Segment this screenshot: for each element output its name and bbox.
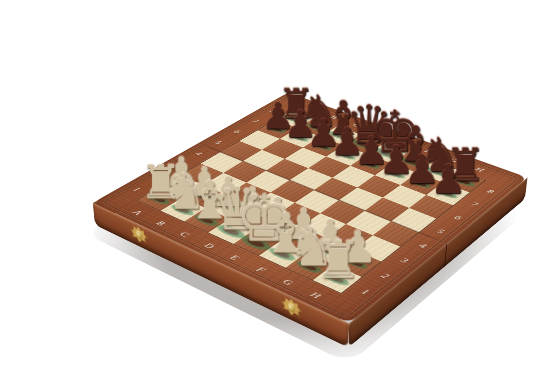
scene: AA11BB22CC33DD44EE55FF66GG77HH88 ♜♞♝♛♚♝♞…	[0, 0, 560, 373]
board: AA11BB22CC33DD44EE55FF66GG77HH88 ♜♞♝♛♚♝♞…	[93, 92, 528, 323]
brass-clasp-icon	[281, 294, 303, 321]
brass-clasp-icon	[129, 223, 148, 247]
piece-black-pawn-h7[interactable]: ♟	[428, 159, 468, 199]
piece-white-rook-h1[interactable]: ♜	[315, 234, 360, 286]
board-perspective-wrapper: AA11BB22CC33DD44EE55FF66GG77HH88 ♜♞♝♛♚♝♞…	[0, 0, 560, 373]
fold-seam-right-rim	[444, 243, 447, 267]
